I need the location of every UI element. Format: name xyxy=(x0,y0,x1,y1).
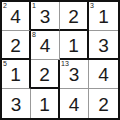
cell-value: 3 xyxy=(98,36,109,55)
cell-r1c3[interactable]: 3 xyxy=(89,31,118,60)
cell-r1c2[interactable]: 1 xyxy=(60,31,89,60)
puzzle-board: 24132312841351213343142 xyxy=(0,0,120,120)
cell-value: 3 xyxy=(11,95,22,114)
cell-value: 3 xyxy=(40,7,51,26)
cage-clue: 8 xyxy=(32,31,36,39)
cell-r0c1[interactable]: 13 xyxy=(31,2,60,31)
cage-clue: 5 xyxy=(3,60,7,68)
cell-r0c0[interactable]: 24 xyxy=(2,2,31,31)
cell-r2c0[interactable]: 51 xyxy=(2,60,31,89)
cell-value: 1 xyxy=(39,95,50,114)
cell-value: 4 xyxy=(10,7,21,26)
cell-r2c1[interactable]: 2 xyxy=(31,60,60,89)
cell-r1c0[interactable]: 2 xyxy=(2,31,31,60)
cage-clue: 1 xyxy=(32,2,36,10)
cell-r3c1[interactable]: 1 xyxy=(31,89,60,118)
cell-r0c2[interactable]: 2 xyxy=(60,2,89,31)
cell-r2c2[interactable]: 133 xyxy=(60,60,89,89)
cell-value: 2 xyxy=(39,65,50,84)
cell-value: 4 xyxy=(98,65,109,84)
cell-r3c2[interactable]: 4 xyxy=(60,89,89,118)
cage-clue: 2 xyxy=(3,2,7,10)
cage-clue: 3 xyxy=(90,2,94,10)
cell-r0c3[interactable]: 31 xyxy=(89,2,118,31)
cell-value: 3 xyxy=(69,65,80,84)
cell-r3c3[interactable]: 2 xyxy=(89,89,118,118)
cell-value: 4 xyxy=(40,36,51,55)
cell-value: 2 xyxy=(68,7,79,26)
cell-value: 1 xyxy=(10,65,21,84)
cell-r2c3[interactable]: 4 xyxy=(89,60,118,89)
cage-clue: 13 xyxy=(61,60,69,68)
cell-r1c1[interactable]: 84 xyxy=(31,31,60,60)
cell-value: 2 xyxy=(98,95,109,114)
cell-value: 1 xyxy=(68,36,79,55)
cell-value: 2 xyxy=(10,36,21,55)
cell-value: 4 xyxy=(69,95,80,114)
cell-value: 1 xyxy=(98,7,109,26)
cell-r3c0[interactable]: 3 xyxy=(2,89,31,118)
